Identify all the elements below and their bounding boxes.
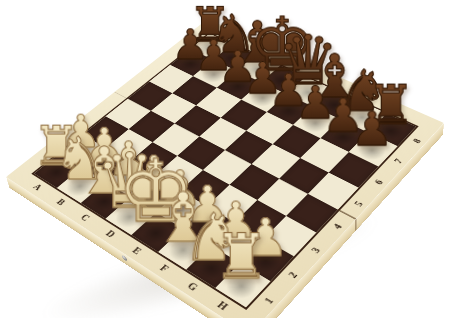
square-h4[interactable] bbox=[286, 194, 338, 233]
scene: ♜♞♝♚♛♝♞♜♟♟♟♟♟♟♟♟♟♟♟♟♟♟♟♟♜♞♝♛♚♝♞♜ ABCDEFG… bbox=[0, 0, 450, 318]
chessboard: ♜♞♝♚♛♝♞♜♟♟♟♟♟♟♟♟♟♟♟♟♟♟♟♟♜♞♝♛♚♝♞♜ ABCDEFG… bbox=[6, 19, 444, 318]
clasp-screw bbox=[122, 255, 128, 262]
square-f6[interactable] bbox=[273, 125, 321, 158]
photo-canvas: ♜♞♝♚♛♝♞♜♟♟♟♟♟♟♟♟♟♟♟♟♟♟♟♟♜♞♝♛♚♝♞♜ ABCDEFG… bbox=[0, 0, 450, 318]
board-grid: ♜♞♝♚♛♝♞♜♟♟♟♟♟♟♟♟♟♟♟♟♟♟♟♟♜♞♝♛♚♝♞♜ bbox=[31, 32, 418, 310]
hinge-gap bbox=[355, 219, 356, 231]
scene-tilt: ♜♞♝♚♛♝♞♜♟♟♟♟♟♟♟♟♟♟♟♟♟♟♟♟♜♞♝♛♚♝♞♜ ABCDEFG… bbox=[0, 0, 450, 318]
square-h7[interactable]: ♟ bbox=[349, 132, 398, 166]
